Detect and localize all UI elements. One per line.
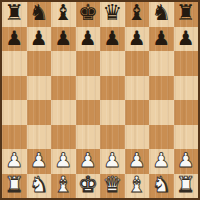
square-g4[interactable] (149, 100, 174, 125)
square-f1[interactable]: ♝ (125, 174, 150, 199)
square-e4[interactable] (100, 100, 125, 125)
square-c8[interactable]: ♝ (51, 2, 76, 27)
square-f6[interactable] (125, 51, 150, 76)
piece-white-rook[interactable]: ♜ (176, 174, 196, 196)
square-h7[interactable]: ♟ (174, 27, 199, 52)
square-d2[interactable]: ♟ (76, 149, 101, 174)
square-d1[interactable]: ♚ (76, 174, 101, 199)
square-b1[interactable]: ♞ (27, 174, 52, 199)
piece-black-queen[interactable]: ♛ (102, 2, 122, 24)
square-e1[interactable]: ♛ (100, 174, 125, 199)
square-g6[interactable] (149, 51, 174, 76)
piece-black-pawn[interactable]: ♟ (54, 28, 72, 48)
square-g2[interactable]: ♟ (149, 149, 174, 174)
square-b4[interactable] (27, 100, 52, 125)
square-f8[interactable]: ♝ (125, 2, 150, 27)
square-h8[interactable]: ♜ (174, 2, 199, 27)
square-c2[interactable]: ♟ (51, 149, 76, 174)
piece-white-knight[interactable]: ♞ (29, 174, 49, 196)
piece-white-pawn[interactable]: ♟ (54, 150, 72, 170)
square-h6[interactable] (174, 51, 199, 76)
piece-white-king[interactable]: ♚ (78, 174, 98, 196)
piece-black-pawn[interactable]: ♟ (177, 28, 195, 48)
square-g7[interactable]: ♟ (149, 27, 174, 52)
piece-black-pawn[interactable]: ♟ (30, 28, 48, 48)
square-f7[interactable]: ♟ (125, 27, 150, 52)
square-c6[interactable] (51, 51, 76, 76)
square-h5[interactable] (174, 76, 199, 101)
square-b8[interactable]: ♞ (27, 2, 52, 27)
square-a3[interactable] (2, 125, 27, 150)
piece-white-queen[interactable]: ♛ (102, 174, 122, 196)
square-b5[interactable] (27, 76, 52, 101)
square-g8[interactable]: ♞ (149, 2, 174, 27)
square-f5[interactable] (125, 76, 150, 101)
square-b7[interactable]: ♟ (27, 27, 52, 52)
square-d8[interactable]: ♚ (76, 2, 101, 27)
square-d3[interactable] (76, 125, 101, 150)
piece-white-pawn[interactable]: ♟ (103, 150, 121, 170)
piece-black-bishop[interactable]: ♝ (53, 2, 73, 24)
square-c3[interactable] (51, 125, 76, 150)
piece-black-knight[interactable]: ♞ (151, 2, 171, 24)
square-h2[interactable]: ♟ (174, 149, 199, 174)
piece-white-pawn[interactable]: ♟ (177, 150, 195, 170)
square-e5[interactable] (100, 76, 125, 101)
square-a4[interactable] (2, 100, 27, 125)
piece-black-pawn[interactable]: ♟ (152, 28, 170, 48)
square-a1[interactable]: ♜ (2, 174, 27, 199)
chess-board: ♜♞♝♚♛♝♞♜♟♟♟♟♟♟♟♟♟♟♟♟♟♟♟♟♜♞♝♚♛♝♞♜ (0, 0, 200, 200)
square-d4[interactable] (76, 100, 101, 125)
square-f2[interactable]: ♟ (125, 149, 150, 174)
piece-black-pawn[interactable]: ♟ (128, 28, 146, 48)
square-d5[interactable] (76, 76, 101, 101)
square-f3[interactable] (125, 125, 150, 150)
piece-black-rook[interactable]: ♜ (4, 2, 24, 24)
piece-black-king[interactable]: ♚ (78, 2, 98, 24)
square-g5[interactable] (149, 76, 174, 101)
piece-black-pawn[interactable]: ♟ (79, 28, 97, 48)
square-b6[interactable] (27, 51, 52, 76)
square-a2[interactable]: ♟ (2, 149, 27, 174)
square-e8[interactable]: ♛ (100, 2, 125, 27)
square-e3[interactable] (100, 125, 125, 150)
square-b3[interactable] (27, 125, 52, 150)
piece-black-knight[interactable]: ♞ (29, 2, 49, 24)
square-b2[interactable]: ♟ (27, 149, 52, 174)
square-c4[interactable] (51, 100, 76, 125)
square-g3[interactable] (149, 125, 174, 150)
square-h4[interactable] (174, 100, 199, 125)
square-a6[interactable] (2, 51, 27, 76)
piece-black-pawn[interactable]: ♟ (103, 28, 121, 48)
piece-black-bishop[interactable]: ♝ (127, 2, 147, 24)
square-e6[interactable] (100, 51, 125, 76)
square-e7[interactable]: ♟ (100, 27, 125, 52)
square-a8[interactable]: ♜ (2, 2, 27, 27)
piece-white-pawn[interactable]: ♟ (79, 150, 97, 170)
square-d7[interactable]: ♟ (76, 27, 101, 52)
piece-black-rook[interactable]: ♜ (176, 2, 196, 24)
square-c7[interactable]: ♟ (51, 27, 76, 52)
square-a7[interactable]: ♟ (2, 27, 27, 52)
square-c1[interactable]: ♝ (51, 174, 76, 199)
piece-white-knight[interactable]: ♞ (151, 174, 171, 196)
piece-white-bishop[interactable]: ♝ (127, 174, 147, 196)
piece-white-pawn[interactable]: ♟ (128, 150, 146, 170)
square-a5[interactable] (2, 76, 27, 101)
square-f4[interactable] (125, 100, 150, 125)
piece-black-pawn[interactable]: ♟ (5, 28, 23, 48)
piece-white-bishop[interactable]: ♝ (53, 174, 73, 196)
piece-white-pawn[interactable]: ♟ (30, 150, 48, 170)
square-d6[interactable] (76, 51, 101, 76)
piece-white-pawn[interactable]: ♟ (152, 150, 170, 170)
square-g1[interactable]: ♞ (149, 174, 174, 199)
square-c5[interactable] (51, 76, 76, 101)
piece-white-rook[interactable]: ♜ (4, 174, 24, 196)
square-h1[interactable]: ♜ (174, 174, 199, 199)
piece-white-pawn[interactable]: ♟ (5, 150, 23, 170)
square-e2[interactable]: ♟ (100, 149, 125, 174)
square-h3[interactable] (174, 125, 199, 150)
